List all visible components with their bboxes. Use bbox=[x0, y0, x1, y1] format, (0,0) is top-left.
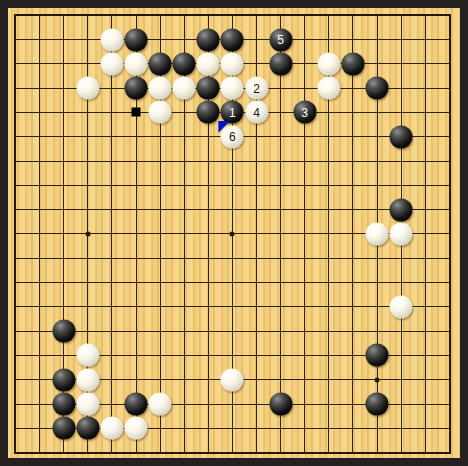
move-3-stone-black: 3 bbox=[293, 101, 316, 124]
stone-black bbox=[76, 417, 99, 440]
stone-white bbox=[197, 52, 220, 75]
stone-white bbox=[100, 417, 123, 440]
stone-black bbox=[52, 320, 75, 343]
stone-white bbox=[317, 52, 340, 75]
stone-white bbox=[149, 393, 172, 416]
stone-black bbox=[341, 52, 364, 75]
stone-white bbox=[390, 295, 413, 318]
stone-black bbox=[52, 368, 75, 391]
stone-white bbox=[149, 101, 172, 124]
stone-black bbox=[125, 77, 148, 100]
stone-white bbox=[366, 222, 389, 245]
stone-white bbox=[76, 77, 99, 100]
square-marker bbox=[132, 108, 141, 117]
stone-black bbox=[197, 77, 220, 100]
stone-black bbox=[125, 28, 148, 51]
stone-white bbox=[76, 368, 99, 391]
stone-white bbox=[100, 28, 123, 51]
stone-black bbox=[390, 125, 413, 148]
stone-white bbox=[221, 368, 244, 391]
stone-black bbox=[221, 28, 244, 51]
stone-black bbox=[366, 77, 389, 100]
go-board[interactable]: 521436 bbox=[8, 8, 460, 458]
stone-black bbox=[149, 52, 172, 75]
move-1-stone-black: 1 bbox=[221, 101, 244, 124]
stone-white bbox=[390, 222, 413, 245]
stone-black bbox=[52, 393, 75, 416]
move-2-stone-white: 2 bbox=[245, 77, 268, 100]
stone-black bbox=[269, 52, 292, 75]
stone-white bbox=[100, 52, 123, 75]
stone-white bbox=[317, 77, 340, 100]
stone-black bbox=[197, 28, 220, 51]
move-6-stone-white: 6 bbox=[221, 125, 244, 148]
stone-white bbox=[76, 393, 99, 416]
stone-white bbox=[173, 77, 196, 100]
stone-white bbox=[149, 77, 172, 100]
stone-white bbox=[221, 52, 244, 75]
stone-black bbox=[125, 393, 148, 416]
stone-black bbox=[390, 198, 413, 221]
stone-black bbox=[197, 101, 220, 124]
stone-black bbox=[173, 52, 196, 75]
stone-black bbox=[52, 417, 75, 440]
stone-white bbox=[125, 52, 148, 75]
board-stones: 521436 bbox=[8, 8, 460, 458]
stone-white bbox=[221, 77, 244, 100]
stone-black bbox=[366, 344, 389, 367]
stone-white bbox=[76, 344, 99, 367]
move-5-stone-black: 5 bbox=[269, 28, 292, 51]
stone-white bbox=[125, 417, 148, 440]
stone-black bbox=[269, 393, 292, 416]
go-app-window: 521436 bbox=[0, 0, 468, 466]
move-4-stone-white: 4 bbox=[245, 101, 268, 124]
stone-black bbox=[366, 393, 389, 416]
